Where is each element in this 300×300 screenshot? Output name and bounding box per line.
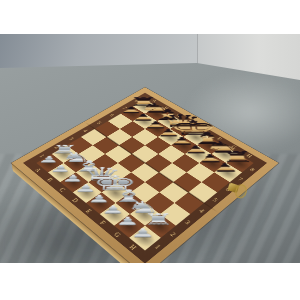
white-border-top xyxy=(0,0,300,34)
studio-scene: AABBCCDDEEFFGGHH1122334455667788 ♜♞♝♛♚♝♞… xyxy=(0,34,300,263)
chess-set-product-photo: AABBCCDDEEFFGGHH1122334455667788 ♜♞♝♛♚♝♞… xyxy=(0,0,300,300)
wall-corner-line xyxy=(197,34,198,66)
white-border-bottom xyxy=(0,263,300,300)
